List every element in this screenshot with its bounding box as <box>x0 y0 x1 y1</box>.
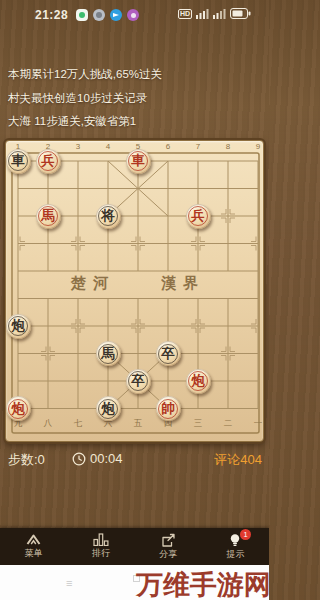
piece-red-cannon[interactable]: 炮 <box>186 369 211 394</box>
announcement-line: 大海 11步通关,安徽省第1 <box>8 110 162 134</box>
piece-character: 炮 <box>101 402 115 416</box>
app-notification-icon <box>76 9 88 21</box>
nav-menu-button[interactable]: 菜单 <box>0 533 67 560</box>
piece-character: 馬 <box>41 209 55 223</box>
pieces-layer: 車兵車馬将兵炮馬卒卒炮炮炮帥 <box>3 147 269 422</box>
status-bar: 21:28 HD <box>0 0 269 30</box>
messenger-icon <box>110 9 122 21</box>
nav-label: 排行 <box>92 547 110 560</box>
piece-character: 馬 <box>101 347 115 361</box>
piece-character: 車 <box>131 154 145 168</box>
piece-character: 炮 <box>191 374 205 388</box>
notification-icons <box>76 9 139 21</box>
nav-label: 菜单 <box>25 547 43 560</box>
piece-character: 卒 <box>131 374 145 388</box>
watermark-text: 万维手游网 <box>136 567 269 600</box>
signal2-icon <box>213 8 226 19</box>
signal-icon <box>196 8 209 19</box>
xiangqi-board[interactable]: 123456789 九八七六五四三二一 楚河 漢界 車兵車馬将兵炮馬卒卒炮炮炮帥 <box>5 140 264 442</box>
piece-red-general[interactable]: 帥 <box>156 396 181 421</box>
clock-icon <box>72 452 86 466</box>
nav-label: 提示 <box>226 548 244 561</box>
piece-black-pawn[interactable]: 卒 <box>126 369 151 394</box>
piece-red-cannon[interactable]: 炮 <box>6 396 31 421</box>
app-notification-icon <box>93 9 105 21</box>
watermark-strip: ≡ 万维手游网 <box>0 565 269 600</box>
battery-icon <box>230 8 251 19</box>
piece-black-cannon[interactable]: 炮 <box>96 396 121 421</box>
nav-hint-button[interactable]: 提示 1 <box>202 533 269 561</box>
nav-label: 分享 <box>159 548 177 561</box>
piece-character: 将 <box>101 209 115 223</box>
game-timer: 00:04 <box>90 451 123 466</box>
app-notification-icon <box>127 9 139 21</box>
piece-red-horse[interactable]: 馬 <box>36 204 61 229</box>
piece-character: 炮 <box>11 319 25 333</box>
watermark-artifact: ≡ <box>66 577 72 589</box>
piece-character: 兵 <box>191 209 205 223</box>
hd-icon: HD <box>178 9 192 19</box>
nav-ranking-button[interactable]: 排行 <box>67 533 134 560</box>
piece-black-general[interactable]: 将 <box>96 204 121 229</box>
hint-badge: 1 <box>240 529 251 540</box>
piece-red-pawn[interactable]: 兵 <box>186 204 211 229</box>
comments-link[interactable]: 评论404 <box>214 451 262 469</box>
piece-black-cannon[interactable]: 炮 <box>6 314 31 339</box>
game-info-bar: 步数:0 00:04 评论404 <box>0 448 269 472</box>
piece-red-chariot[interactable]: 車 <box>126 149 151 174</box>
event-announcement: 本期累计12万人挑战,65%过关 村夫最快创造10步过关记录 大海 11步通关,… <box>8 63 162 134</box>
piece-character: 炮 <box>11 402 25 416</box>
piece-character: 兵 <box>41 154 55 168</box>
move-counter: 步数:0 <box>8 451 45 469</box>
announcement-line: 本期累计12万人挑战,65%过关 <box>8 63 162 87</box>
nav-share-button[interactable]: 分享 <box>135 533 202 561</box>
piece-black-horse[interactable]: 馬 <box>96 341 121 366</box>
announcement-line: 村夫最快创造10步过关记录 <box>8 87 162 111</box>
piece-red-pawn[interactable]: 兵 <box>36 149 61 174</box>
clock-time: 21:28 <box>35 8 68 22</box>
piece-character: 帥 <box>161 402 175 416</box>
status-icons: HD <box>178 8 251 19</box>
piece-character: 車 <box>11 154 25 168</box>
piece-black-chariot[interactable]: 車 <box>6 149 31 174</box>
bar-chart-icon <box>93 533 109 546</box>
bottom-nav: 菜单 排行 分享 提示 1 <box>0 528 269 565</box>
piece-black-pawn[interactable]: 卒 <box>156 341 181 366</box>
piece-character: 卒 <box>161 347 175 361</box>
share-icon <box>160 533 176 547</box>
chevron-up-icon <box>25 533 42 546</box>
